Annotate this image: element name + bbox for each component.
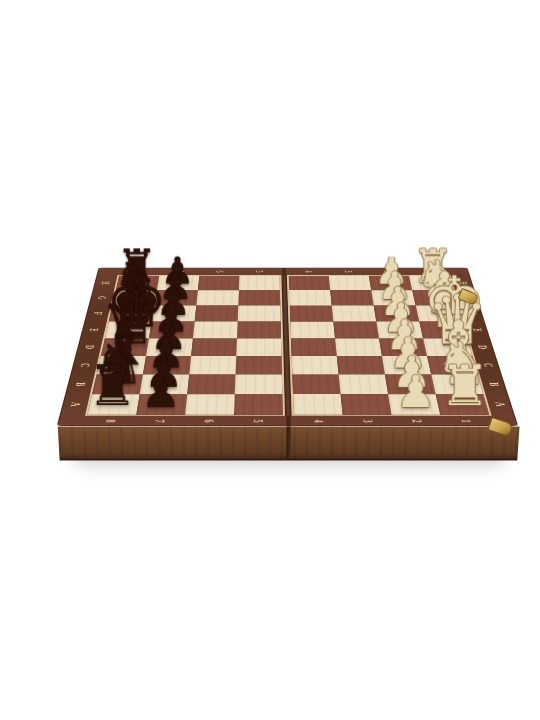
square-d3[interactable]	[335, 338, 382, 356]
square-d5[interactable]	[236, 338, 281, 356]
square-e6[interactable]	[193, 322, 238, 339]
square-g3[interactable]	[330, 290, 373, 305]
square-e3[interactable]	[333, 322, 379, 339]
square-c4[interactable]	[292, 356, 339, 375]
rank-label-far-3: 3	[339, 268, 358, 274]
square-h3[interactable]	[329, 276, 371, 291]
rank-label-near-8: 8	[98, 416, 122, 426]
playing-area: ♜♟♞♟♝♟♚♟♛♟♝♟♞♟♜♟ ♟♜♟♞♟♝♟♚♟♛♟♝♟♞♟♜	[85, 275, 492, 416]
rank-label-far-5: 5	[250, 268, 268, 274]
square-f5[interactable]	[238, 306, 281, 322]
square-b3[interactable]	[339, 375, 388, 395]
square-a6[interactable]	[185, 394, 235, 415]
square-a5[interactable]	[234, 394, 283, 415]
hinge-seam-near-frame	[286, 416, 291, 427]
square-a4[interactable]	[293, 394, 343, 415]
box-fold-seam	[286, 426, 291, 458]
piece-black-rook-a8[interactable]: ♜	[88, 358, 137, 413]
chess-board: ♜♟♞♟♝♟♚♟♛♟♝♟♞♟♜♟ ♟♜♟♞♟♝♟♚♟♛♟♝♟♞♟♜ 887766…	[57, 268, 518, 426]
board-perspective: ♜♟♞♟♝♟♚♟♛♟♝♟♞♟♜♟ ♟♜♟♞♟♝♟♚♟♛♟♝♟♞♟♜ 887766…	[0, 0, 540, 720]
rank-label-far-4: 4	[299, 268, 318, 274]
rank-label-near-6: 6	[197, 416, 220, 426]
square-a1[interactable]: ♜	[436, 394, 489, 415]
square-e5[interactable]	[237, 322, 281, 339]
board-half-left: ♜♟♞♟♝♟♚♟♛♟♝♟♞♟♜♟	[85, 275, 285, 416]
square-a3[interactable]	[341, 394, 392, 415]
file-label-left-A: A	[63, 400, 87, 409]
square-h5[interactable]	[239, 276, 280, 291]
square-c5[interactable]	[236, 356, 282, 375]
piece-white-rook-a1[interactable]: ♜	[440, 358, 489, 413]
square-d4[interactable]	[291, 338, 337, 356]
square-a8[interactable]: ♜	[87, 394, 139, 415]
rank-label-near-2: 2	[405, 416, 429, 426]
square-f4[interactable]	[290, 306, 334, 322]
square-g6[interactable]	[196, 290, 239, 305]
hinge-seam-far-frame	[282, 268, 286, 276]
square-g4[interactable]	[289, 290, 332, 305]
square-a2[interactable]: ♟	[388, 394, 440, 415]
square-h4[interactable]	[289, 276, 331, 291]
square-a7[interactable]: ♟	[136, 394, 187, 415]
square-b6[interactable]	[187, 375, 235, 395]
rank-label-near-5: 5	[247, 416, 270, 426]
square-e4[interactable]	[290, 322, 335, 339]
rank-label-near-4: 4	[307, 416, 330, 426]
square-h6[interactable]	[198, 276, 240, 291]
square-c6[interactable]	[189, 356, 236, 375]
rank-label-far-6: 6	[210, 268, 229, 274]
box-side-front	[58, 426, 520, 460]
square-g5[interactable]	[238, 290, 280, 305]
square-c3[interactable]	[337, 356, 385, 375]
square-f3[interactable]	[332, 306, 377, 322]
square-b5[interactable]	[235, 375, 283, 395]
chess-set-photo: ♜♟♞♟♝♟♚♟♛♟♝♟♞♟♜♟ ♟♜♟♞♟♝♟♚♟♛♟♝♟♞♟♜ 887766…	[0, 0, 540, 720]
rank-label-near-1: 1	[454, 416, 479, 426]
square-f6[interactable]	[195, 306, 239, 322]
rank-label-near-3: 3	[356, 416, 380, 426]
square-d6[interactable]	[191, 338, 237, 356]
file-label-right-A: A	[488, 400, 513, 409]
piece-white-pawn-a2[interactable]: ♟	[391, 369, 440, 413]
piece-black-pawn-a7[interactable]: ♟	[136, 369, 185, 413]
square-b4[interactable]	[292, 375, 340, 395]
rank-label-near-7: 7	[148, 416, 172, 426]
